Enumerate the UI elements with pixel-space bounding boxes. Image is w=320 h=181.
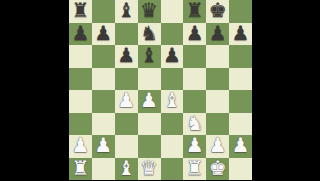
square-f4[interactable]	[183, 90, 206, 113]
square-g6[interactable]	[206, 45, 229, 68]
square-f2[interactable]: ♟	[183, 135, 206, 158]
square-g1[interactable]: ♚	[206, 158, 229, 181]
square-c2[interactable]	[115, 135, 138, 158]
black-pawn-icon: ♟	[232, 23, 250, 43]
square-b2[interactable]: ♟	[92, 135, 115, 158]
black-king-icon: ♚	[209, 0, 227, 20]
black-bishop-icon: ♝	[140, 45, 158, 65]
square-h1[interactable]	[229, 158, 252, 181]
square-e2[interactable]	[161, 135, 184, 158]
square-f1[interactable]: ♜	[183, 158, 206, 181]
letterbox-right	[252, 0, 320, 180]
square-h3[interactable]	[229, 113, 252, 136]
square-d8[interactable]: ♛	[138, 0, 161, 23]
chess-app-viewport: ♜♝♛♜♚♟♟♞♟♟♟♟♝♟♟♟♝♞♟♟♟♟♟♜♝♛♜♚	[0, 0, 320, 180]
square-h6[interactable]	[229, 45, 252, 68]
square-a1[interactable]: ♜	[69, 158, 92, 181]
square-d1[interactable]: ♛	[138, 158, 161, 181]
square-c7[interactable]	[115, 23, 138, 46]
square-h4[interactable]	[229, 90, 252, 113]
square-h7[interactable]: ♟	[229, 23, 252, 46]
square-c5[interactable]	[115, 68, 138, 91]
black-rook-icon: ♜	[71, 0, 89, 20]
black-knight-icon: ♞	[140, 23, 158, 43]
square-g3[interactable]	[206, 113, 229, 136]
white-pawn-icon: ♟	[94, 135, 112, 155]
square-c6[interactable]: ♟	[115, 45, 138, 68]
square-e4[interactable]: ♝	[161, 90, 184, 113]
white-queen-icon: ♛	[140, 158, 158, 178]
square-h5[interactable]	[229, 68, 252, 91]
square-d4[interactable]: ♟	[138, 90, 161, 113]
black-pawn-icon: ♟	[163, 45, 181, 65]
square-b8[interactable]	[92, 0, 115, 23]
square-f3[interactable]: ♞	[183, 113, 206, 136]
white-rook-icon: ♜	[71, 158, 89, 178]
square-h2[interactable]: ♟	[229, 135, 252, 158]
square-g4[interactable]	[206, 90, 229, 113]
square-b3[interactable]	[92, 113, 115, 136]
black-pawn-icon: ♟	[117, 45, 135, 65]
square-a6[interactable]	[69, 45, 92, 68]
square-a5[interactable]	[69, 68, 92, 91]
white-pawn-icon: ♟	[232, 135, 250, 155]
square-d6[interactable]: ♝	[138, 45, 161, 68]
square-f8[interactable]: ♜	[183, 0, 206, 23]
square-a3[interactable]	[69, 113, 92, 136]
square-f6[interactable]	[183, 45, 206, 68]
square-b4[interactable]	[92, 90, 115, 113]
white-bishop-icon: ♝	[117, 158, 135, 178]
chess-board: ♜♝♛♜♚♟♟♞♟♟♟♟♝♟♟♟♝♞♟♟♟♟♟♜♝♛♜♚	[69, 0, 252, 180]
square-e3[interactable]	[161, 113, 184, 136]
square-f5[interactable]	[183, 68, 206, 91]
square-c3[interactable]	[115, 113, 138, 136]
square-b5[interactable]	[92, 68, 115, 91]
black-pawn-icon: ♟	[71, 23, 89, 43]
square-e6[interactable]: ♟	[161, 45, 184, 68]
square-f7[interactable]: ♟	[183, 23, 206, 46]
square-a7[interactable]: ♟	[69, 23, 92, 46]
square-c4[interactable]: ♟	[115, 90, 138, 113]
white-rook-icon: ♜	[186, 158, 204, 178]
square-a8[interactable]: ♜	[69, 0, 92, 23]
white-pawn-icon: ♟	[140, 90, 158, 110]
white-bishop-icon: ♝	[163, 90, 181, 110]
white-pawn-icon: ♟	[186, 135, 204, 155]
square-e1[interactable]	[161, 158, 184, 181]
square-d5[interactable]	[138, 68, 161, 91]
white-pawn-icon: ♟	[209, 135, 227, 155]
white-king-icon: ♚	[209, 158, 227, 178]
square-c8[interactable]: ♝	[115, 0, 138, 23]
square-e7[interactable]	[161, 23, 184, 46]
square-c1[interactable]: ♝	[115, 158, 138, 181]
white-pawn-icon: ♟	[117, 90, 135, 110]
black-pawn-icon: ♟	[186, 23, 204, 43]
square-d2[interactable]	[138, 135, 161, 158]
black-pawn-icon: ♟	[209, 23, 227, 43]
square-e5[interactable]	[161, 68, 184, 91]
square-d3[interactable]	[138, 113, 161, 136]
square-g8[interactable]: ♚	[206, 0, 229, 23]
black-queen-icon: ♛	[140, 0, 158, 20]
square-d7[interactable]: ♞	[138, 23, 161, 46]
square-a4[interactable]	[69, 90, 92, 113]
square-h8[interactable]	[229, 0, 252, 23]
square-b1[interactable]	[92, 158, 115, 181]
square-a2[interactable]: ♟	[69, 135, 92, 158]
square-b7[interactable]: ♟	[92, 23, 115, 46]
black-pawn-icon: ♟	[94, 23, 112, 43]
letterbox-left	[0, 0, 69, 180]
square-g7[interactable]: ♟	[206, 23, 229, 46]
black-rook-icon: ♜	[186, 0, 204, 20]
square-b6[interactable]	[92, 45, 115, 68]
white-pawn-icon: ♟	[71, 135, 89, 155]
square-g2[interactable]: ♟	[206, 135, 229, 158]
square-g5[interactable]	[206, 68, 229, 91]
white-knight-icon: ♞	[186, 113, 204, 133]
black-bishop-icon: ♝	[117, 0, 135, 20]
square-e8[interactable]	[161, 0, 184, 23]
